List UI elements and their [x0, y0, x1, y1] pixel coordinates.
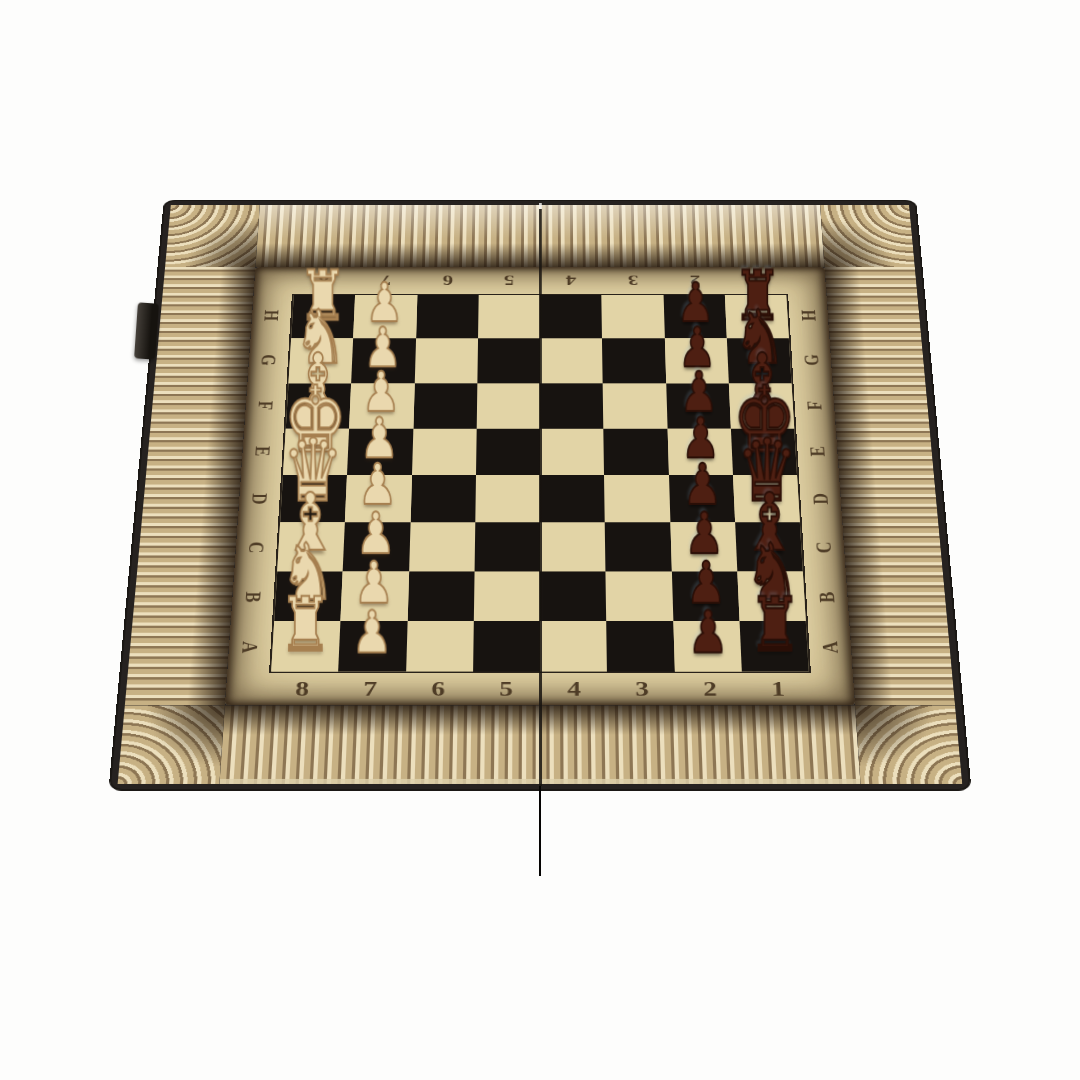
- square-c6[interactable]: [409, 523, 475, 572]
- piece-bP-a2[interactable]: ♟: [687, 604, 728, 662]
- square-h6[interactable]: [416, 295, 479, 339]
- square-c5[interactable]: [474, 523, 540, 572]
- coord-label: 6: [416, 267, 478, 294]
- carved-frame-corner-tr: [820, 205, 915, 267]
- coord-label: H: [777, 302, 841, 329]
- coord-label: 2: [675, 673, 744, 705]
- coord-label: G: [779, 346, 844, 374]
- square-b6[interactable]: [407, 571, 474, 621]
- square-b4[interactable]: [540, 571, 606, 621]
- carved-frame-corner-br: [855, 705, 962, 783]
- piece-wP-a7[interactable]: ♟: [352, 604, 393, 662]
- square-b5[interactable]: [474, 571, 540, 621]
- square-a2[interactable]: ♟: [673, 621, 742, 672]
- coord-label: 3: [608, 673, 677, 705]
- carved-frame-corner-tl: [165, 205, 260, 267]
- square-a4[interactable]: [540, 621, 607, 672]
- square-a1[interactable]: ♜: [739, 621, 808, 672]
- coord-label: 6: [404, 673, 473, 705]
- coord-label: 7: [354, 267, 417, 294]
- coord-label: 8: [292, 267, 355, 294]
- square-g5[interactable]: [477, 339, 540, 384]
- coord-label: 5: [472, 673, 540, 705]
- square-g3[interactable]: [602, 339, 666, 384]
- coord-label: 3: [602, 267, 664, 294]
- square-c4[interactable]: [540, 523, 606, 572]
- square-h4[interactable]: [540, 295, 602, 339]
- square-h3[interactable]: [602, 295, 665, 339]
- box-base-seam: [539, 786, 541, 876]
- square-g6[interactable]: [414, 339, 478, 384]
- coord-label: 1: [725, 267, 788, 294]
- coord-label: F: [233, 391, 299, 419]
- coord-label: 4: [540, 673, 608, 705]
- coord-label: H: [239, 302, 303, 329]
- piece-bR-a1[interactable]: ♜: [748, 587, 801, 662]
- square-e3[interactable]: [604, 429, 669, 475]
- coord-label: G: [236, 346, 301, 374]
- square-c3[interactable]: [605, 523, 671, 572]
- square-h5[interactable]: [478, 295, 540, 339]
- coord-label: F: [782, 391, 848, 419]
- square-a7[interactable]: ♟: [338, 621, 407, 672]
- square-e4[interactable]: [540, 429, 604, 475]
- rank-labels-far: 87654321: [292, 267, 788, 294]
- square-b3[interactable]: [606, 571, 673, 621]
- square-a8[interactable]: ♜: [271, 621, 340, 672]
- coord-label: 5: [478, 267, 540, 294]
- box-base: [118, 786, 962, 886]
- box-latch: [134, 302, 159, 359]
- coord-label: 4: [540, 267, 602, 294]
- carved-frame-corner-bl: [118, 705, 225, 783]
- chess-board: 87654321 87654321 ABCDEFGH ABCDEFGH ♜♟♟♜…: [111, 201, 970, 789]
- square-d6[interactable]: [410, 475, 476, 523]
- coord-label: 1: [743, 673, 813, 705]
- square-a6[interactable]: [406, 621, 474, 672]
- photo-background: 87654321 87654321 ABCDEFGH ABCDEFGH ♜♟♟♜…: [0, 0, 1080, 1080]
- square-e5[interactable]: [476, 429, 540, 475]
- square-d5[interactable]: [475, 475, 540, 523]
- square-f6[interactable]: [413, 383, 477, 428]
- square-a3[interactable]: [606, 621, 674, 672]
- square-a5[interactable]: [473, 621, 540, 672]
- coord-label: 7: [335, 673, 404, 705]
- coord-label: 8: [267, 673, 337, 705]
- square-f5[interactable]: [476, 383, 540, 428]
- square-d3[interactable]: [604, 475, 670, 523]
- square-f4[interactable]: [540, 383, 604, 428]
- piece-wR-a8[interactable]: ♜: [279, 587, 332, 662]
- square-g4[interactable]: [540, 339, 603, 384]
- coord-label: 2: [663, 267, 726, 294]
- square-f3[interactable]: [603, 383, 667, 428]
- square-d4[interactable]: [540, 475, 605, 523]
- square-e6[interactable]: [412, 429, 477, 475]
